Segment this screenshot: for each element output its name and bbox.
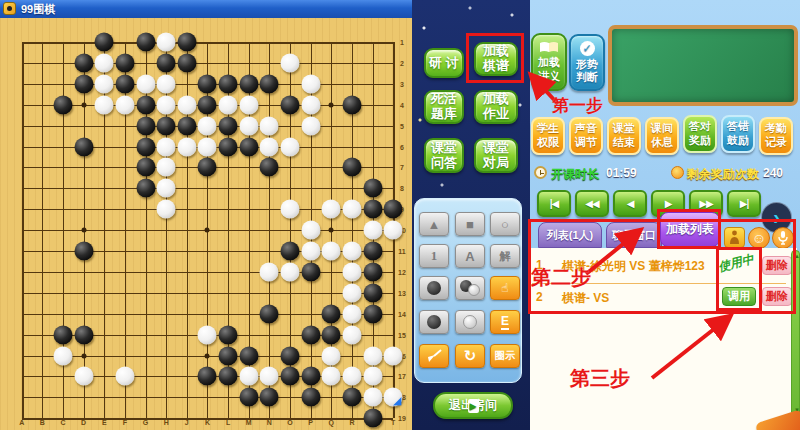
black-stone-D3 — [74, 74, 93, 93]
black-stone-D6 — [74, 137, 93, 156]
black-stone-K17 — [198, 367, 217, 386]
black-stone-D15 — [74, 325, 93, 344]
black-stone-D11 — [74, 242, 93, 261]
tab-chat-window[interactable]: 聊天窗口 — [606, 222, 662, 248]
white-stone-R14 — [342, 304, 361, 323]
circle-show-tool[interactable]: 圈示 — [490, 344, 520, 368]
student-permission-button[interactable]: 学生 权限 — [531, 117, 565, 155]
black-stone-O4 — [281, 95, 300, 114]
grid-line — [22, 293, 394, 294]
white-stone-R9 — [342, 200, 361, 219]
black-stone-N18 — [260, 388, 279, 407]
column-label: B — [40, 419, 45, 426]
circle-mark-tool[interactable]: ○ — [490, 212, 520, 236]
step2-label: 第二步 — [531, 264, 591, 291]
black-stone-L5 — [219, 116, 238, 135]
white-stone-H8 — [157, 179, 176, 198]
white-stone-J4 — [177, 95, 196, 114]
row-label: 12 — [398, 268, 406, 275]
trial-stones-tool[interactable] — [455, 276, 485, 300]
list-scrollbar[interactable]: ▲▼ — [791, 250, 800, 416]
white-stone-P10 — [301, 221, 320, 240]
grid-line — [22, 272, 394, 273]
white-stone-H4 — [157, 95, 176, 114]
black-stone-O17 — [281, 367, 300, 386]
white-stone-T16 — [384, 346, 403, 365]
letter-icon: A — [465, 249, 474, 264]
column-label: P — [308, 419, 313, 426]
last-move-button[interactable]: ▶| — [727, 190, 761, 217]
white-stone-S10 — [363, 221, 382, 240]
black-stone-P15 — [301, 325, 320, 344]
class-qa-button[interactable]: 课堂 问答 — [424, 138, 464, 173]
column-label: O — [287, 419, 292, 426]
column-label: N — [267, 419, 272, 426]
white-stone-H9 — [157, 200, 176, 219]
column-label: T — [391, 419, 395, 426]
title-bar: 99围棋 — [0, 0, 412, 18]
step1-label: 第一步 — [552, 94, 603, 117]
white-stone-R17 — [342, 367, 361, 386]
refresh-icon: ↻ — [464, 347, 477, 365]
tab-load-list[interactable]: 加载列表 — [660, 212, 720, 247]
hand-pointer-tool[interactable]: ☝ — [490, 276, 520, 300]
load-lecture-label: 加载 讲义 — [538, 56, 560, 82]
voice-button[interactable] — [772, 227, 794, 249]
white-stone-O2 — [281, 53, 300, 72]
last-move-marker — [393, 397, 402, 406]
load-kifu-button[interactable]: 加载 棋谱 — [474, 42, 518, 76]
white-stone-M5 — [239, 116, 258, 135]
black-stone-Q15 — [322, 325, 341, 344]
black-stone-F3 — [115, 74, 134, 93]
exit-door-icon: ▶ — [468, 399, 479, 413]
correct-reward-button[interactable]: 答对 奖励 — [683, 115, 717, 153]
row-label: 14 — [398, 310, 406, 317]
number-label-tool[interactable]: 1 — [419, 244, 449, 268]
black-stone-M3 — [239, 74, 258, 93]
black-stone-P18 — [301, 388, 320, 407]
chevron-right-icon: › — [773, 206, 780, 229]
app-icon — [3, 2, 16, 15]
white-stone-E3 — [95, 74, 114, 93]
exit-room-button[interactable]: ▶ 退出房间 — [433, 392, 513, 419]
bubble-check-icon: ✓ — [580, 41, 595, 56]
column-label: G — [143, 419, 148, 426]
white-stone-K15 — [198, 325, 217, 344]
star-point — [329, 102, 334, 107]
white-stone-place-tool[interactable] — [455, 310, 485, 334]
situation-judge-button[interactable]: ✓ 形势 判断 — [569, 34, 605, 91]
class-game-button[interactable]: 课堂 对局 — [474, 138, 518, 173]
black-stone-K4 — [198, 95, 217, 114]
row-label: 6 — [400, 143, 404, 150]
white-stone-K6 — [198, 137, 217, 156]
class-timer-label: 开课时长 — [551, 166, 599, 183]
black-stone-L16 — [219, 346, 238, 365]
number-icon: 1 — [431, 248, 438, 264]
black-stone-Q14 — [322, 304, 341, 323]
ruler-tool[interactable]: E — [490, 310, 520, 334]
go-board[interactable]: ABCDEFGHJKLMNOPQRST123456789101112131415… — [0, 18, 412, 430]
black-stone-G7 — [136, 158, 155, 177]
grid-line — [269, 42, 270, 418]
star-point — [81, 353, 86, 358]
tab-member-list[interactable]: 列表(1人) — [538, 222, 602, 248]
black-stone-K3 — [198, 74, 217, 93]
fast-back-button[interactable]: ◀◀ — [575, 190, 609, 217]
black-stone-G6 — [136, 137, 155, 156]
white-stone-M17 — [239, 367, 258, 386]
triangle-mark-tool[interactable]: ▲ — [419, 212, 449, 236]
first-move-button[interactable]: |◀ — [537, 190, 571, 217]
black-stone-icon — [427, 281, 441, 295]
white-stone-icon — [463, 315, 477, 329]
row-label: 3 — [400, 80, 404, 87]
white-stone-J6 — [177, 137, 196, 156]
black-stone-O11 — [281, 242, 300, 261]
row-label: 1 — [400, 39, 404, 46]
white-stone-O12 — [281, 262, 300, 281]
row-label: 13 — [398, 289, 406, 296]
class-end-button[interactable]: 课堂 结束 — [607, 117, 641, 155]
answer-tool[interactable]: 解 — [490, 244, 520, 268]
white-stone-F17 — [115, 367, 134, 386]
black-stone-S9 — [363, 200, 382, 219]
white-stone-P4 — [301, 95, 320, 114]
black-stone-M16 — [239, 346, 258, 365]
situation-judge-label: 形势 判断 — [576, 58, 598, 84]
class-timer-value: 01:59 — [606, 166, 637, 180]
person-icon — [728, 230, 741, 245]
attendance-button[interactable]: 考勤 记录 — [759, 117, 793, 155]
row-label: 2 — [400, 59, 404, 66]
row-label: 5 — [400, 122, 404, 129]
column-label: L — [226, 419, 230, 426]
broom-icon — [427, 349, 442, 363]
column-label: D — [81, 419, 86, 426]
black-stone-C15 — [53, 325, 72, 344]
black-stone-J1 — [177, 33, 196, 52]
white-stone-P11 — [301, 242, 320, 261]
reward-label: 剩余奖励次数 — [687, 166, 759, 183]
step3-label: 第三步 — [570, 365, 630, 392]
black-stone-H5 — [157, 116, 176, 135]
open-book-icon — [539, 41, 559, 54]
letter-label-tool[interactable]: A — [455, 244, 485, 268]
black-stone-N3 — [260, 74, 279, 93]
clock-icon — [534, 166, 547, 179]
black-stone-icon — [427, 315, 441, 329]
white-stone-E2 — [95, 53, 114, 72]
white-stone-H1 — [157, 33, 176, 52]
white-stone-G3 — [136, 74, 155, 93]
black-stone-R4 — [342, 95, 361, 114]
circle-show-label: 圈示 — [495, 349, 515, 363]
black-stone-S19 — [363, 409, 382, 428]
black-stone-L15 — [219, 325, 238, 344]
life-death-problems-button[interactable]: 死活 题库 — [424, 90, 464, 124]
column-label: Q — [329, 419, 334, 426]
grid-line — [22, 397, 394, 398]
white-stone-H7 — [157, 158, 176, 177]
black-stone-E1 — [95, 33, 114, 52]
white-stone-K5 — [198, 116, 217, 135]
load-lecture-button[interactable]: 加载 讲义 — [531, 33, 567, 91]
smiley-icon: ☺ — [752, 230, 766, 246]
black-stone-P12 — [301, 262, 320, 281]
black-stone-H2 — [157, 53, 176, 72]
square-mark-tool[interactable]: ■ — [455, 212, 485, 236]
white-stone-S18 — [363, 388, 382, 407]
answer-icon: 解 — [500, 249, 511, 264]
black-stone-G4 — [136, 95, 155, 114]
star-point — [81, 102, 86, 107]
white-stone-N17 — [260, 367, 279, 386]
kifu-title: 棋谱- VS — [562, 290, 737, 307]
black-stone-F2 — [115, 53, 134, 72]
white-stone-H3 — [157, 74, 176, 93]
sound-adjust-button[interactable]: 声音 调节 — [569, 117, 603, 155]
invoke-button-row2[interactable]: 调用 — [722, 287, 756, 306]
black-stone-P17 — [301, 367, 320, 386]
delete-button-row2[interactable]: 删除 — [762, 287, 792, 306]
star-point — [329, 228, 334, 233]
white-stone-N6 — [260, 137, 279, 156]
column-label: F — [123, 419, 127, 426]
white-stone-N12 — [260, 262, 279, 281]
white-stone-S16 — [363, 346, 382, 365]
black-stone-N14 — [260, 304, 279, 323]
white-stone-R15 — [342, 325, 361, 344]
column-label: J — [185, 419, 189, 426]
white-stone-N5 — [260, 116, 279, 135]
black-stone-N7 — [260, 158, 279, 177]
class-break-button[interactable]: 课间 休息 — [645, 117, 679, 155]
white-stone-S17 — [363, 367, 382, 386]
black-stone-K7 — [198, 158, 217, 177]
black-stone-G8 — [136, 179, 155, 198]
reward-value: 240 — [763, 166, 783, 180]
load-homework-button[interactable]: 加载 作业 — [474, 90, 518, 124]
black-stone-L3 — [219, 74, 238, 93]
column-label: C — [60, 419, 65, 426]
black-stone-G5 — [136, 116, 155, 135]
row-label: 11 — [398, 248, 405, 255]
white-stone-L4 — [219, 95, 238, 114]
white-stone-O9 — [281, 200, 300, 219]
row-label: 19 — [398, 415, 406, 422]
white-stone-F4 — [115, 95, 134, 114]
white-stone-Q16 — [322, 346, 341, 365]
black-white-stones-icon — [460, 280, 480, 296]
white-stone-Q9 — [322, 200, 341, 219]
black-stone-L6 — [219, 137, 238, 156]
hand-icon: ☝ — [501, 281, 508, 295]
white-stone-O6 — [281, 137, 300, 156]
black-stone-S13 — [363, 283, 382, 302]
white-stone-M4 — [239, 95, 258, 114]
black-stone-M6 — [239, 137, 258, 156]
white-stone-E4 — [95, 95, 114, 114]
black-stone-L17 — [219, 367, 238, 386]
black-stone-S11 — [363, 242, 382, 261]
white-stone-D17 — [74, 367, 93, 386]
white-stone-R11 — [342, 242, 361, 261]
black-stone-T9 — [384, 200, 403, 219]
white-stone-C16 — [53, 346, 72, 365]
research-button[interactable]: 研 讨 — [424, 48, 464, 78]
white-stone-P5 — [301, 116, 320, 135]
column-label: R — [349, 419, 354, 426]
white-stone-Q11 — [322, 242, 341, 261]
refresh-tool[interactable]: ↻ — [455, 344, 485, 368]
black-stone-G1 — [136, 33, 155, 52]
row-label: 15 — [398, 331, 406, 338]
kifu-list-row-2[interactable]: 2 棋谱- VS — [532, 288, 712, 310]
microphone-icon — [778, 231, 788, 245]
reward-coin-icon — [671, 166, 684, 179]
delete-button-row1[interactable]: 删除 — [762, 256, 792, 275]
student-raise-hand-button[interactable] — [724, 227, 745, 248]
column-label: M — [246, 419, 252, 426]
white-stone-R12 — [342, 262, 361, 281]
white-stone-T18 — [384, 388, 403, 407]
emoji-button[interactable]: ☺ — [748, 227, 770, 249]
black-stone-place-tool[interactable] — [419, 310, 449, 334]
row-index: 2 — [536, 290, 543, 304]
black-stone-S12 — [363, 262, 382, 281]
white-stone-R13 — [342, 283, 361, 302]
column-label: E — [102, 419, 107, 426]
row-label: 17 — [398, 373, 406, 380]
star-point — [205, 228, 210, 233]
column-label: K — [205, 419, 210, 426]
black-stone-J2 — [177, 53, 196, 72]
row-label: 4 — [400, 101, 404, 108]
black-stone-R7 — [342, 158, 361, 177]
blackboard — [608, 25, 798, 106]
app-window: 99围棋 ABCDEFGHJKLMNOPQRST1234567891011121… — [0, 0, 800, 430]
circle-icon: ○ — [501, 217, 509, 232]
black-stone-S14 — [363, 304, 382, 323]
row-label: 8 — [400, 185, 404, 192]
wrong-encourage-button[interactable]: 答错 鼓励 — [721, 115, 755, 153]
black-stone-M18 — [239, 388, 258, 407]
star-point — [81, 228, 86, 233]
triangle-icon: ▲ — [428, 217, 441, 232]
column-label: A — [19, 419, 24, 426]
black-stone-J5 — [177, 116, 196, 135]
black-stone-D2 — [74, 53, 93, 72]
star-point — [205, 353, 210, 358]
white-stone-P3 — [301, 74, 320, 93]
black-stone-tool[interactable] — [419, 276, 449, 300]
ruler-icon: E — [501, 314, 509, 330]
window-title: 99围棋 — [21, 2, 55, 17]
back-button[interactable]: ◀ — [613, 190, 647, 217]
white-stone-H6 — [157, 137, 176, 156]
column-label: H — [164, 419, 169, 426]
row-label: 7 — [400, 164, 404, 171]
square-icon: ■ — [466, 217, 474, 232]
clear-marks-tool[interactable] — [419, 344, 449, 368]
black-stone-C4 — [53, 95, 72, 114]
white-stone-Q17 — [322, 367, 341, 386]
black-stone-S8 — [363, 179, 382, 198]
white-stone-T10 — [384, 221, 403, 240]
black-stone-O16 — [281, 346, 300, 365]
black-stone-R18 — [342, 388, 361, 407]
